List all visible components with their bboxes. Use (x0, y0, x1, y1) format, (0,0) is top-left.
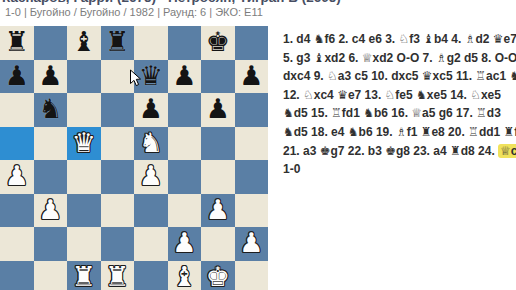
square-f1[interactable]: ♝ (168, 261, 202, 290)
square-h6[interactable] (235, 93, 269, 127)
square-d7[interactable] (101, 60, 135, 94)
piece-white-pawn: ♟ (38, 196, 62, 223)
square-e5[interactable]: ♞ (134, 127, 168, 161)
game-info-line: 1-0 | Бугойно / Бугойно / 1982 | Раунд: … (5, 6, 263, 18)
piece-white-king: ♚ (206, 263, 230, 290)
square-b2[interactable] (34, 227, 68, 261)
square-b4[interactable] (34, 160, 68, 194)
square-d6[interactable] (101, 93, 135, 127)
piece-white-rook: ♜ (72, 263, 96, 290)
square-e6[interactable]: ♟ (134, 93, 168, 127)
move-list: 1. d4 ♞f6 2. c4 e6 3. ♘f3 ♝b4 4. ♗d2 ♛e7… (283, 30, 515, 179)
piece-white-bishop: ♝ (172, 263, 196, 290)
piece-white-pawn: ♟ (239, 229, 263, 256)
square-a8[interactable]: ♜ (0, 26, 34, 60)
move-line-7[interactable]: 21. a3 ♚g7 22. b3 ♚g8 23. a4 ♜d8 24. ♕c5 (283, 142, 515, 161)
piece-black-king: ♚ (206, 28, 230, 55)
square-e4[interactable]: ♟ (134, 160, 168, 194)
square-b5[interactable] (34, 127, 68, 161)
chess-board[interactable]: ♜♝♜♚♟♟♛♟♟♞♟♟♛♞♟♟♟♟♟♟♜♜♝♚ (0, 26, 268, 290)
square-h3[interactable] (235, 194, 269, 228)
square-a7[interactable]: ♟ (0, 60, 34, 94)
square-h7[interactable]: ♟ (235, 60, 269, 94)
square-c2[interactable] (67, 227, 101, 261)
square-b8[interactable] (34, 26, 68, 60)
square-e1[interactable] (134, 261, 168, 290)
square-f8[interactable] (168, 26, 202, 60)
players-title: Каспаров, Гарри (2675) - Петросян, Тигра… (2, 0, 341, 5)
piece-white-knight: ♞ (139, 129, 163, 156)
piece-black-knight: ♞ (38, 95, 62, 122)
piece-black-pawn: ♟ (206, 95, 230, 122)
square-a3[interactable] (0, 194, 34, 228)
square-a6[interactable] (0, 93, 34, 127)
square-g3[interactable]: ♟ (201, 194, 235, 228)
piece-black-pawn: ♟ (5, 62, 29, 89)
square-h5[interactable] (235, 127, 269, 161)
piece-white-queen: ♛ (72, 129, 96, 156)
square-h4[interactable] (235, 160, 269, 194)
piece-black-pawn: ♟ (172, 62, 196, 89)
square-b7[interactable]: ♟ (34, 60, 68, 94)
square-g5[interactable] (201, 127, 235, 161)
move-line-2[interactable]: 5. g3 ♝xd2 6. ♕xd2 O-O 7. ♗g2 d5 8. O-O (283, 49, 515, 68)
move-line-1[interactable]: 1. d4 ♞f6 2. c4 e6 3. ♘f3 ♝b4 4. ♗d2 ♛e7 (283, 30, 515, 49)
piece-black-pawn: ♟ (38, 62, 62, 89)
square-d4[interactable] (101, 160, 135, 194)
square-f5[interactable] (168, 127, 202, 161)
square-h8[interactable] (235, 26, 269, 60)
piece-black-bishop: ♝ (72, 28, 96, 55)
square-e8[interactable] (134, 26, 168, 60)
square-e3[interactable] (134, 194, 168, 228)
square-c8[interactable]: ♝ (67, 26, 101, 60)
piece-white-pawn: ♟ (139, 162, 163, 189)
square-e7[interactable]: ♛ (134, 60, 168, 94)
square-a2[interactable] (0, 227, 34, 261)
piece-black-queen: ♛ (139, 62, 163, 89)
square-h2[interactable]: ♟ (235, 227, 269, 261)
square-b3[interactable]: ♟ (34, 194, 68, 228)
square-c3[interactable] (67, 194, 101, 228)
square-d2[interactable] (101, 227, 135, 261)
move-line-7-text[interactable]: 21. a3 ♚g7 22. b3 ♚g8 23. a4 ♜d8 24. (283, 144, 498, 158)
move-line-5[interactable]: ♞d5 15. ♖fd1 ♞b6 16. ♕a5 g6 17. ♖d3 (283, 104, 515, 123)
square-d8[interactable]: ♜ (101, 26, 135, 60)
square-f3[interactable] (168, 194, 202, 228)
piece-black-rook: ♜ (105, 28, 129, 55)
square-a5[interactable] (0, 127, 34, 161)
square-a4[interactable]: ♟ (0, 160, 34, 194)
square-f2[interactable]: ♟ (168, 227, 202, 261)
square-b6[interactable]: ♞ (34, 93, 68, 127)
piece-white-pawn: ♟ (206, 196, 230, 223)
move-line-6[interactable]: ♞d5 18. e4 ♞b6 19. ♗f1 ♜e8 20. ♖dd1 ♜f8 (283, 123, 515, 142)
square-c5[interactable]: ♛ (67, 127, 101, 161)
square-c1[interactable]: ♜ (67, 261, 101, 290)
square-d5[interactable] (101, 127, 135, 161)
piece-black-pawn: ♟ (139, 95, 163, 122)
square-g7[interactable] (201, 60, 235, 94)
piece-black-rook: ♜ (5, 28, 29, 55)
piece-white-pawn: ♟ (172, 229, 196, 256)
square-f7[interactable]: ♟ (168, 60, 202, 94)
square-b1[interactable] (34, 261, 68, 290)
square-d3[interactable] (101, 194, 135, 228)
square-g4[interactable] (201, 160, 235, 194)
piece-white-rook: ♜ (105, 263, 129, 290)
square-a1[interactable] (0, 261, 34, 290)
move-line-4[interactable]: 12. ♘xc4 ♛e7 13. ♘fe5 ♞xe5 14. ♘xe5 (283, 86, 515, 105)
piece-black-pawn: ♟ (239, 62, 263, 89)
square-f4[interactable] (168, 160, 202, 194)
square-d1[interactable]: ♜ (101, 261, 135, 290)
piece-white-pawn: ♟ (5, 162, 29, 189)
square-g6[interactable]: ♟ (201, 93, 235, 127)
move-line-3[interactable]: dxc4 9. ♘a3 c5 10. dxc5 ♛xc5 11. ♖ac1 ♞c… (283, 67, 515, 86)
square-c4[interactable] (67, 160, 101, 194)
square-f6[interactable] (168, 93, 202, 127)
square-c6[interactable] (67, 93, 101, 127)
square-g1[interactable]: ♚ (201, 261, 235, 290)
square-h1[interactable] (235, 261, 269, 290)
current-move[interactable]: ♕c5 (498, 144, 516, 158)
square-c7[interactable] (67, 60, 101, 94)
square-g8[interactable]: ♚ (201, 26, 235, 60)
square-e2[interactable] (134, 227, 168, 261)
chess-game-viewer: Каспаров, Гарри (2675) - Петросян, Тигра… (0, 0, 516, 290)
game-result: 1-0 (283, 160, 515, 179)
square-g2[interactable] (201, 227, 235, 261)
